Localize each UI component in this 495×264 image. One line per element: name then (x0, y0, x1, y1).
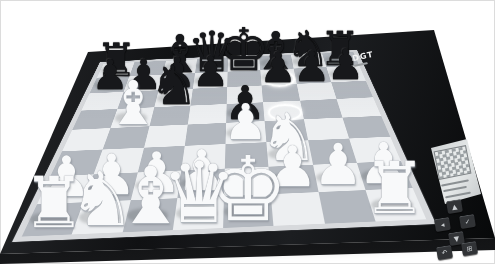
square-b3 (94, 148, 144, 174)
centaur-button-confirm[interactable]: ✓ (459, 214, 476, 229)
square-c1 (122, 198, 177, 232)
square-c4 (144, 125, 188, 148)
square-g6 (296, 82, 336, 100)
centaur-button-takeback[interactable]: ↶ (436, 245, 453, 260)
display-text-line (445, 192, 471, 199)
square-e4 (226, 121, 267, 144)
square-b6 (118, 90, 159, 109)
square-h6 (331, 81, 373, 99)
square-d3 (181, 144, 225, 170)
square-f3 (267, 140, 313, 166)
square-e6 (227, 85, 263, 104)
square-f4 (265, 119, 308, 142)
square-f7 (260, 69, 296, 86)
square-b5 (111, 107, 154, 128)
square-f6 (262, 84, 300, 102)
square-e7 (227, 70, 262, 87)
logo-text: DGT (352, 50, 375, 63)
square-h7 (326, 66, 365, 83)
square-g4 (303, 118, 348, 141)
square-b2 (84, 172, 138, 202)
square-b4 (103, 126, 149, 149)
square-e2 (224, 166, 271, 196)
square-h4 (342, 116, 390, 139)
centaur-button-menu[interactable]: ⊞ (461, 241, 478, 256)
square-d7 (193, 72, 228, 89)
square-h1 (365, 188, 426, 222)
mini-chessboard (435, 146, 471, 178)
square-f2 (269, 164, 318, 194)
square-h5 (336, 97, 381, 117)
square-e3 (225, 142, 269, 168)
square-e1 (223, 194, 274, 228)
square-d4 (185, 123, 227, 146)
square-g7 (293, 67, 331, 84)
square-c3 (137, 146, 184, 172)
square-b7 (124, 75, 162, 92)
centaur-button-back[interactable]: ◂ (434, 217, 451, 232)
square-d2 (177, 168, 225, 198)
display-text-line (443, 186, 467, 193)
square-c7 (158, 73, 195, 90)
square-c5 (149, 106, 190, 127)
square-d1 (173, 196, 224, 230)
square-c2 (130, 170, 181, 200)
board-photo-stage: DGT ▲◂✓▼↶⊞ ♜♝♛♚♝♞♜♟♟♟♟♟♟♟♞♟♝♟♞♟♟♟♟♟♟♟♜♞♝… (0, 0, 495, 264)
square-f5 (263, 101, 303, 122)
square-g5 (300, 99, 343, 119)
square-d6 (190, 87, 227, 106)
square-e5 (226, 102, 265, 123)
square-h2 (357, 161, 413, 190)
square-c6 (154, 89, 193, 108)
centaur-button-up[interactable]: ▲ (446, 199, 463, 214)
square-h3 (349, 137, 401, 163)
square-f1 (271, 192, 324, 226)
square-d5 (188, 104, 227, 125)
